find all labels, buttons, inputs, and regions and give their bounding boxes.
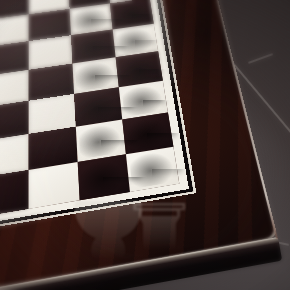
chess-photo-scene: ♟♜♟♞♟♝♟♛♟♚♟♝♟♞♟♜ ♟ ♜ xyxy=(0,0,290,290)
border-gap-line: ♟♜♟♞♟♝♟♛♟♚♟♝♟♞♟♜ xyxy=(0,0,193,268)
inner-white-band: ♟♜♟♞♟♝♟♛♟♚♟♝♟♞♟♜ xyxy=(0,0,189,264)
pawn-glyph: ♟ xyxy=(50,73,158,193)
outer-border-line: ♟♜♟♞♟♝♟♛♟♚♟♝♟♞♟♜ xyxy=(0,0,196,271)
square-h4[interactable] xyxy=(0,170,29,218)
square-h2[interactable]: ♟ xyxy=(78,154,130,200)
board-grid: ♟♜♟♞♟♝♟♛♟♚♟♝♟♞♟♜ xyxy=(0,0,179,254)
